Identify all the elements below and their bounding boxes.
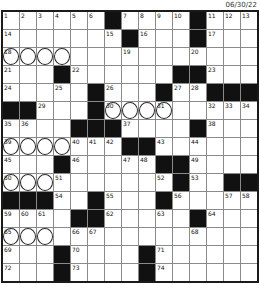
cell-r7c6 [88, 120, 104, 137]
cell-r14c7[interactable] [105, 246, 121, 263]
clue-number: 6 [89, 12, 93, 19]
cell-r6c7[interactable]: 30 [105, 102, 121, 119]
cell-r2c11[interactable] [173, 30, 189, 47]
cell-r9c6[interactable] [88, 156, 104, 173]
cell-r8c7[interactable]: 42 [105, 138, 121, 155]
cell-r5c8[interactable] [122, 84, 138, 101]
clue-number: 30 [106, 102, 114, 109]
clue-number: 34 [242, 102, 250, 109]
cell-r12c12 [190, 210, 206, 227]
cell-r5c1[interactable]: 24 [3, 84, 19, 101]
cell-r1c9[interactable]: 8 [139, 12, 155, 29]
cell-r10c7[interactable] [105, 174, 121, 191]
cell-r6c1 [3, 102, 19, 119]
clue-number: 4 [55, 12, 59, 19]
cell-r4c13[interactable]: 23 [207, 66, 223, 83]
clue-number: 71 [157, 246, 165, 253]
cell-r4c4 [54, 66, 70, 83]
cell-r2c1[interactable]: 14 [3, 30, 19, 47]
cell-r14c9 [139, 246, 155, 263]
cell-r12c10[interactable]: 63 [156, 210, 172, 227]
cell-r12c5 [71, 210, 87, 227]
clue-number: 70 [72, 246, 80, 253]
cell-r14c10[interactable]: 71 [156, 246, 172, 263]
cell-r8c5[interactable]: 40 [71, 138, 87, 155]
cell-r7c3[interactable] [37, 120, 53, 137]
cell-r11c5[interactable] [71, 192, 87, 209]
clue-number: 59 [4, 210, 12, 217]
clue-number: 1 [4, 12, 8, 19]
clue-number: 14 [4, 30, 12, 37]
cell-r15c15[interactable] [241, 264, 257, 281]
cell-r11c11[interactable]: 56 [173, 192, 189, 209]
cell-r3c4[interactable] [54, 48, 70, 65]
cell-r11c3 [37, 192, 53, 209]
clue-number: 52 [157, 174, 165, 181]
cell-r5c13 [207, 84, 223, 101]
cell-r6c5[interactable] [71, 102, 87, 119]
cell-r12c2[interactable]: 60 [20, 210, 36, 227]
cell-r13c3[interactable] [37, 228, 53, 245]
cell-r2c3[interactable] [37, 30, 53, 47]
cell-r15c5[interactable]: 73 [71, 264, 87, 281]
cell-r5c5[interactable] [71, 84, 87, 101]
cell-r5c9[interactable] [139, 84, 155, 101]
cell-r1c4[interactable]: 4 [54, 12, 70, 29]
cell-r10c1[interactable]: 50 [3, 174, 19, 191]
cell-r1c8[interactable]: 7 [122, 12, 138, 29]
cell-r6c11[interactable] [173, 102, 189, 119]
cell-r2c8 [122, 30, 138, 47]
cell-r3c2[interactable] [20, 48, 36, 65]
clue-number: 23 [208, 66, 216, 73]
cell-r12c9[interactable] [139, 210, 155, 227]
cell-r3c3[interactable] [37, 48, 53, 65]
cell-r8c4[interactable] [54, 138, 70, 155]
circle-marker [37, 138, 53, 155]
cell-r11c6 [88, 192, 104, 209]
cell-r7c1[interactable]: 35 [3, 120, 19, 137]
cell-r14c12[interactable] [190, 246, 206, 263]
clue-number: 64 [208, 210, 216, 217]
clue-number: 18 [4, 48, 12, 55]
cell-r5c2[interactable] [20, 84, 36, 101]
cell-r6c4[interactable] [54, 102, 70, 119]
clue-number: 63 [157, 210, 165, 217]
cell-r4c1[interactable]: 21 [3, 66, 19, 83]
cell-r15c10[interactable]: 74 [156, 264, 172, 281]
cell-r1c15[interactable]: 13 [241, 12, 257, 29]
cell-r14c14[interactable] [224, 246, 240, 263]
cell-r15c8[interactable] [122, 264, 138, 281]
clue-number: 9 [157, 12, 161, 19]
cell-r9c14[interactable] [224, 156, 240, 173]
cell-r8c6[interactable]: 41 [88, 138, 104, 155]
cell-r13c11[interactable] [173, 228, 189, 245]
cell-r6c15[interactable]: 34 [241, 102, 257, 119]
cell-r10c8[interactable] [122, 174, 138, 191]
cell-r9c4 [54, 156, 70, 173]
cell-r4c12 [190, 66, 206, 83]
cell-r4c7[interactable] [105, 66, 121, 83]
cell-r8c2[interactable] [20, 138, 36, 155]
cell-r13c4[interactable] [54, 228, 70, 245]
cell-r13c7[interactable] [105, 228, 121, 245]
cell-r10c11 [173, 174, 189, 191]
clue-number: 39 [4, 138, 12, 145]
cell-r14c8[interactable] [122, 246, 138, 263]
cell-r15c9 [139, 264, 155, 281]
cell-r7c4[interactable] [54, 120, 70, 137]
cell-r14c11[interactable] [173, 246, 189, 263]
cell-r9c1[interactable]: 45 [3, 156, 19, 173]
cell-r10c5[interactable] [71, 174, 87, 191]
clue-number: 8 [140, 12, 144, 19]
cell-r9c2[interactable] [20, 156, 36, 173]
cell-r1c7 [105, 12, 121, 29]
cell-r11c8[interactable] [122, 192, 138, 209]
cell-r14c15[interactable] [241, 246, 257, 263]
cell-r7c13[interactable]: 38 [207, 120, 223, 137]
cell-r9c10 [156, 156, 172, 173]
cell-r14c13[interactable] [207, 246, 223, 263]
cell-r9c12[interactable]: 49 [190, 156, 206, 173]
clue-number: 36 [21, 120, 29, 127]
cell-r7c10[interactable] [156, 120, 172, 137]
circle-marker [20, 48, 36, 65]
clue-number: 53 [191, 174, 199, 181]
cell-r10c10[interactable]: 52 [156, 174, 172, 191]
cell-r5c12[interactable]: 28 [190, 84, 206, 101]
cell-r15c4 [54, 264, 70, 281]
clue-number: 25 [55, 84, 63, 91]
cell-r3c13[interactable] [207, 48, 223, 65]
clue-number: 7 [123, 12, 127, 19]
cell-r6c3[interactable]: 29 [37, 102, 53, 119]
cell-r7c9[interactable] [139, 120, 155, 137]
clue-number: 19 [123, 48, 131, 55]
circle-marker [20, 228, 36, 245]
clue-number: 11 [208, 12, 216, 19]
cell-r8c11[interactable] [173, 138, 189, 155]
cell-r1c10[interactable]: 9 [156, 12, 172, 29]
cell-r4c3[interactable] [37, 66, 53, 83]
clue-number: 45 [4, 156, 12, 163]
clue-number: 15 [106, 30, 114, 37]
cell-r11c12[interactable] [190, 192, 206, 209]
clue-number: 37 [123, 120, 131, 127]
clue-number: 27 [174, 84, 182, 91]
clue-number: 31 [157, 102, 165, 109]
cell-r10c12[interactable]: 53 [190, 174, 206, 191]
clue-number: 28 [191, 84, 199, 91]
date-label: 06/30/22 [226, 1, 257, 9]
clue-number: 66 [72, 228, 80, 235]
cell-r1c5[interactable]: 5 [71, 12, 87, 29]
cell-r3c9[interactable] [139, 48, 155, 65]
clue-number: 48 [140, 156, 148, 163]
clue-number: 61 [38, 210, 46, 217]
cell-r2c5[interactable] [71, 30, 87, 47]
circle-marker [20, 174, 36, 191]
cell-r13c13[interactable] [207, 228, 223, 245]
cell-r14c2[interactable] [20, 246, 36, 263]
cell-r13c2[interactable] [20, 228, 36, 245]
cell-r3c6[interactable] [88, 48, 104, 65]
cell-r12c14[interactable] [224, 210, 240, 227]
cell-r9c8[interactable]: 47 [122, 156, 138, 173]
cell-r3c8[interactable]: 19 [122, 48, 138, 65]
cell-r2c15[interactable] [241, 30, 257, 47]
clue-number: 22 [72, 66, 80, 73]
cell-r13c14[interactable] [224, 228, 240, 245]
cell-r14c6[interactable] [88, 246, 104, 263]
cell-r2c7[interactable]: 15 [105, 30, 121, 47]
clue-number: 12 [225, 12, 233, 19]
cell-r15c11[interactable] [173, 264, 189, 281]
clue-number: 50 [4, 174, 12, 181]
cell-r10c3[interactable] [37, 174, 53, 191]
cell-r13c1[interactable]: 65 [3, 228, 19, 245]
cell-r4c2[interactable] [20, 66, 36, 83]
cell-r3c1[interactable]: 18 [3, 48, 19, 65]
clue-number: 68 [191, 228, 199, 235]
cell-r5c11[interactable]: 27 [173, 84, 189, 101]
cell-r2c2[interactable] [20, 30, 36, 47]
clue-number: 67 [89, 228, 97, 235]
cell-r2c13[interactable]: 17 [207, 30, 223, 47]
cell-r12c11[interactable] [173, 210, 189, 227]
clue-number: 17 [208, 30, 216, 37]
cell-r7c8[interactable]: 37 [122, 120, 138, 137]
cell-r1c1[interactable]: 1 [3, 12, 19, 29]
cell-r6c14[interactable]: 33 [224, 102, 240, 119]
cell-r9c15[interactable] [241, 156, 257, 173]
cell-r13c9[interactable] [139, 228, 155, 245]
cell-r1c12 [190, 12, 206, 29]
cell-r13c8[interactable] [122, 228, 138, 245]
clue-number: 57 [225, 192, 233, 199]
cell-r4c15[interactable] [241, 66, 257, 83]
cell-r5c14 [224, 84, 240, 101]
cell-r3c14[interactable] [224, 48, 240, 65]
cell-r13c15[interactable] [241, 228, 257, 245]
cell-r2c4[interactable] [54, 30, 70, 47]
cell-r6c9[interactable] [139, 102, 155, 119]
cell-r2c12 [190, 30, 206, 47]
cell-r3c15[interactable] [241, 48, 257, 65]
cell-r15c2[interactable] [20, 264, 36, 281]
cell-r11c15[interactable]: 58 [241, 192, 257, 209]
clue-number: 32 [208, 102, 216, 109]
cell-r14c4 [54, 246, 70, 263]
cell-r5c15 [241, 84, 257, 101]
cell-r1c14[interactable]: 12 [224, 12, 240, 29]
cell-r11c7[interactable]: 55 [105, 192, 121, 209]
cell-r4c9[interactable] [139, 66, 155, 83]
cell-r6c2 [20, 102, 36, 119]
cell-r11c1 [3, 192, 19, 209]
cell-r11c9[interactable] [139, 192, 155, 209]
clue-number: 54 [55, 192, 63, 199]
clue-number: 56 [174, 192, 182, 199]
cell-r4c6[interactable] [88, 66, 104, 83]
cell-r7c15[interactable] [241, 120, 257, 137]
cell-r6c10[interactable]: 31 [156, 102, 172, 119]
cell-r9c5[interactable]: 46 [71, 156, 87, 173]
circle-marker [139, 102, 155, 119]
clue-number: 21 [4, 66, 12, 73]
cell-r3c11[interactable] [173, 48, 189, 65]
clue-number: 60 [21, 210, 29, 217]
clue-number: 13 [242, 12, 250, 19]
clue-number: 40 [72, 138, 80, 145]
cell-r2c10[interactable] [156, 30, 172, 47]
cell-r9c7[interactable] [105, 156, 121, 173]
cell-r1c13[interactable]: 11 [207, 12, 223, 29]
cell-r10c6[interactable] [88, 174, 104, 191]
cell-r2c6[interactable] [88, 30, 104, 47]
cell-r11c10 [156, 192, 172, 209]
clue-number: 73 [72, 264, 80, 271]
cell-r14c1[interactable]: 69 [3, 246, 19, 263]
clue-number: 2 [21, 12, 25, 19]
clue-number: 5 [72, 12, 76, 19]
cell-r7c14[interactable] [224, 120, 240, 137]
cell-r12c13[interactable]: 64 [207, 210, 223, 227]
clue-number: 10 [174, 12, 182, 19]
clue-number: 51 [55, 174, 63, 181]
clue-number: 20 [191, 48, 199, 55]
cell-r5c4[interactable]: 25 [54, 84, 70, 101]
cell-r12c1[interactable]: 59 [3, 210, 19, 227]
cell-r9c13[interactable] [207, 156, 223, 173]
clue-number: 41 [89, 138, 97, 145]
cell-r1c2[interactable]: 2 [20, 12, 36, 29]
cell-r11c4[interactable]: 54 [54, 192, 70, 209]
clue-number: 43 [157, 138, 165, 145]
cell-r12c4[interactable] [54, 210, 70, 227]
clue-number: 26 [106, 84, 114, 91]
cell-r3c12[interactable]: 20 [190, 48, 206, 65]
cell-r12c6 [88, 210, 104, 227]
cell-r1c3[interactable]: 3 [37, 12, 53, 29]
cell-r12c15[interactable] [241, 210, 257, 227]
cell-r6c12[interactable] [190, 102, 206, 119]
cell-r12c7[interactable]: 62 [105, 210, 121, 227]
cell-r8c10[interactable]: 43 [156, 138, 172, 155]
cell-r5c7[interactable]: 26 [105, 84, 121, 101]
cell-r13c5[interactable]: 66 [71, 228, 87, 245]
cell-r10c13[interactable] [207, 174, 223, 191]
cell-r11c13[interactable] [207, 192, 223, 209]
clue-number: 65 [4, 228, 12, 235]
cell-r7c7 [105, 120, 121, 137]
cell-r1c6[interactable]: 6 [88, 12, 104, 29]
cell-r7c2[interactable]: 36 [20, 120, 36, 137]
clue-number: 74 [157, 264, 165, 271]
cell-r14c3[interactable] [37, 246, 53, 263]
cell-r3c10[interactable] [156, 48, 172, 65]
cell-r2c14[interactable] [224, 30, 240, 47]
cell-r13c10[interactable] [156, 228, 172, 245]
circle-marker [37, 174, 53, 191]
cell-r15c13[interactable] [207, 264, 223, 281]
cell-r9c3[interactable] [37, 156, 53, 173]
cell-r9c9[interactable]: 48 [139, 156, 155, 173]
clue-number: 38 [208, 120, 216, 127]
cell-r8c12[interactable]: 44 [190, 138, 206, 155]
cell-r5c6 [88, 84, 104, 101]
crossword-board: 1234567891011121314151617181920212223242… [1, 10, 259, 283]
cell-r12c8[interactable] [122, 210, 138, 227]
circle-marker [54, 138, 70, 155]
cell-r15c3[interactable] [37, 264, 53, 281]
cell-r8c14[interactable] [224, 138, 240, 155]
cell-r13c6[interactable]: 67 [88, 228, 104, 245]
cell-r15c7[interactable] [105, 264, 121, 281]
crossword-grid: 1234567891011121314151617181920212223242… [3, 12, 257, 281]
cell-r8c15[interactable] [241, 138, 257, 155]
cell-r8c3[interactable] [37, 138, 53, 155]
clue-number: 29 [38, 102, 46, 109]
cell-r8c13[interactable] [207, 138, 223, 155]
clue-number: 35 [4, 120, 12, 127]
cell-r4c5[interactable]: 22 [71, 66, 87, 83]
circle-marker [20, 138, 36, 155]
cell-r10c4[interactable]: 51 [54, 174, 70, 191]
cell-r8c1[interactable]: 39 [3, 138, 19, 155]
clue-number: 55 [106, 192, 114, 199]
cell-r11c14[interactable]: 57 [224, 192, 240, 209]
cell-r15c14[interactable] [224, 264, 240, 281]
cell-r11c2 [20, 192, 36, 209]
cell-r15c1[interactable]: 72 [3, 264, 19, 281]
cell-r8c8 [122, 138, 138, 155]
cell-r14c5[interactable]: 70 [71, 246, 87, 263]
clue-number: 62 [106, 210, 114, 217]
clue-number: 3 [38, 12, 42, 19]
cell-r13c12[interactable]: 68 [190, 228, 206, 245]
cell-r10c2[interactable] [20, 174, 36, 191]
cell-r4c8[interactable] [122, 66, 138, 83]
circle-marker [37, 48, 53, 65]
cell-r6c8[interactable] [122, 102, 138, 119]
cell-r5c3[interactable] [37, 84, 53, 101]
cell-r3c5[interactable] [71, 48, 87, 65]
circle-marker [54, 48, 70, 65]
cell-r7c11[interactable] [173, 120, 189, 137]
cell-r4c10[interactable] [156, 66, 172, 83]
clue-number: 24 [4, 84, 12, 91]
cell-r1c11[interactable]: 10 [173, 12, 189, 29]
cell-r10c9[interactable] [139, 174, 155, 191]
cell-r3c7[interactable] [105, 48, 121, 65]
cell-r15c12[interactable] [190, 264, 206, 281]
cell-r2c9[interactable]: 16 [139, 30, 155, 47]
cell-r4c14[interactable] [224, 66, 240, 83]
clue-number: 46 [72, 156, 80, 163]
clue-number: 16 [140, 30, 148, 37]
cell-r6c13[interactable]: 32 [207, 102, 223, 119]
cell-r6c6 [88, 102, 104, 119]
circle-marker [37, 228, 53, 245]
cell-r12c3[interactable]: 61 [37, 210, 53, 227]
cell-r5c10 [156, 84, 172, 101]
cell-r15c6[interactable] [88, 264, 104, 281]
cell-r4c11 [173, 66, 189, 83]
clue-number: 69 [4, 246, 12, 253]
